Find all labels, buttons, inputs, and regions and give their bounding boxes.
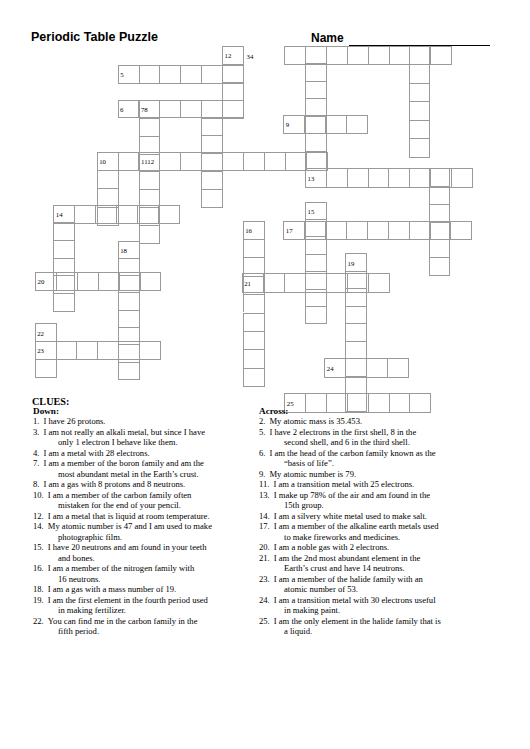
word-run-across-1112: 101112	[97, 152, 328, 171]
clue-list-number: 2.	[259, 416, 265, 426]
grid-cell[interactable]	[139, 118, 160, 136]
grid-cell[interactable]	[347, 273, 368, 291]
grid-cell[interactable]	[388, 168, 409, 186]
grid-cell[interactable]	[35, 359, 56, 377]
grid-cell[interactable]	[388, 221, 409, 239]
grid-cell[interactable]	[139, 225, 160, 243]
clue-text: I am a transition metal with 30 electron…	[274, 595, 436, 605]
clue-item: 4.I am a metal with 28 electrons.	[33, 448, 259, 459]
clue-text-continued: second shell, and 6 in the third shell.	[259, 437, 525, 448]
grid-cell[interactable]	[76, 341, 97, 359]
down-heading: Down:	[33, 406, 259, 416]
clue-text: My atomic number is 79.	[269, 469, 356, 479]
clue-text: I am a transition metal with 25 electron…	[273, 479, 414, 489]
grid-cell[interactable]	[56, 272, 77, 290]
grid-cell[interactable]	[305, 98, 326, 116]
clue-list-number: 14.	[33, 521, 44, 531]
grid-cell[interactable]	[345, 306, 366, 324]
clue-text: I am a member of the halide family with …	[274, 574, 423, 584]
clue-item: 17.I am a member of the alkaline earth m…	[259, 521, 525, 542]
grid-cell[interactable]	[118, 152, 139, 170]
word-run-down-4	[409, 46, 431, 158]
clue-number: 16	[245, 227, 252, 234]
grid-cell[interactable]	[430, 221, 451, 239]
clue-number: 78	[141, 106, 148, 113]
grid-cell[interactable]	[118, 310, 139, 327]
grid-cell[interactable]	[243, 313, 264, 331]
grid-cell[interactable]	[345, 341, 366, 359]
grid-cell[interactable]	[346, 115, 367, 133]
grid-cell[interactable]	[201, 118, 222, 136]
clue-text: I am a silvery white metal used to make …	[274, 511, 427, 521]
clue-text: I am the first element in the fourth per…	[48, 595, 208, 605]
clue-text-continued: 16 neutrons.	[33, 574, 259, 585]
grid-cell[interactable]	[222, 65, 243, 83]
clue-list-number: 18.	[33, 584, 44, 594]
clue-text-continued: atomic number of 53.	[259, 584, 525, 595]
grid-cell[interactable]	[305, 306, 326, 323]
clue-text: You can find me in the carbon family in …	[48, 616, 198, 626]
word-run-across-9: 9	[283, 115, 367, 134]
crossword-grid: 1256781011121418202223913151716192124253…	[0, 0, 530, 440]
clue-list-number: 22.	[33, 616, 44, 626]
word-run-across-20: 20	[35, 272, 161, 291]
word-run-down-16: 16	[243, 221, 265, 388]
grid-cell[interactable]	[409, 138, 430, 157]
grid-cell[interactable]	[326, 46, 347, 64]
clue-text: I am a metal that is liquid at room temp…	[48, 511, 210, 521]
clue-text-continued: 15th group.	[259, 500, 525, 511]
word-run-across-23: 23	[35, 341, 161, 360]
clue-list-number: 7.	[33, 458, 39, 468]
grid-cell[interactable]	[118, 362, 139, 379]
grid-cell[interactable]	[222, 152, 243, 170]
grid-cell[interactable]	[53, 240, 74, 258]
clue-list-number: 1.	[33, 416, 39, 426]
clue-number: 17	[286, 227, 293, 234]
grid-cell[interactable]	[409, 120, 430, 139]
down-clues-column: Down: 1.I have 26 protons.3.I am not rea…	[33, 406, 259, 637]
grid-cell[interactable]	[243, 331, 264, 349]
clue-item: 3.I am not really an alkali metal, but s…	[33, 427, 259, 448]
clue-number: 20	[38, 278, 45, 285]
grid-cell[interactable]	[159, 65, 180, 83]
grid-cell[interactable]	[305, 46, 326, 64]
grid-cell[interactable]	[118, 341, 139, 359]
clue-item: 10.I am a member of the carbon family of…	[33, 490, 259, 511]
grid-cell[interactable]	[450, 221, 471, 239]
grid-cell[interactable]	[97, 170, 118, 188]
down-clues-list: 1.I have 26 protons.3.I am not really an…	[33, 416, 259, 637]
clue-text-continued: photographic film.	[33, 532, 259, 543]
grid-cell[interactable]	[345, 358, 366, 376]
clue-number: 1112	[141, 158, 154, 165]
grid-cell[interactable]	[119, 272, 140, 290]
clue-item: 9.My atomic number is 79.	[259, 469, 525, 480]
clue-text: My atomic mass is 35.453.	[269, 416, 362, 426]
clue-list-number: 13.	[259, 490, 270, 500]
clue-text-continued: to make fireworks and medicines.	[259, 532, 525, 543]
grid-cell[interactable]	[137, 205, 158, 223]
clue-text: I am a gas with a mass number of 19.	[48, 584, 176, 594]
grid-cell[interactable]	[366, 358, 387, 376]
grid-cell[interactable]	[409, 101, 430, 120]
clue-number: 9	[286, 121, 289, 128]
grid-cell[interactable]	[367, 221, 388, 239]
grid-cell[interactable]	[77, 272, 98, 290]
grid-cell[interactable]	[305, 133, 326, 151]
clue-list-number: 19.	[33, 595, 44, 605]
clue-list-number: 21.	[259, 553, 270, 563]
clue-item: 15.I have 20 neutrons and am found in yo…	[33, 542, 259, 563]
clue-number: 14	[56, 211, 63, 218]
grid-cell[interactable]	[325, 221, 346, 239]
clue-number: 15	[308, 208, 315, 215]
grid-cell[interactable]	[305, 151, 326, 169]
grid-cell[interactable]	[409, 168, 430, 186]
grid-cell[interactable]	[409, 46, 430, 65]
clue-list-number: 10.	[33, 490, 44, 500]
grid-cell[interactable]	[180, 65, 201, 83]
grid-cell[interactable]	[201, 152, 222, 170]
word-run-down-14	[53, 205, 75, 312]
grid-cell[interactable]	[264, 152, 285, 170]
clue-list-number: 17.	[259, 521, 270, 531]
clue-text: I am a metal with 28 electrons.	[43, 448, 149, 458]
grid-cell[interactable]	[409, 83, 430, 102]
grid-cell[interactable]	[430, 46, 451, 64]
grid-cell[interactable]	[243, 239, 264, 257]
clue-list-number: 20.	[259, 542, 270, 552]
clue-list-number: 3.	[33, 427, 39, 437]
clue-item: 14.My atomic number is 47 and I am used …	[33, 521, 259, 542]
clue-list-number: 14.	[259, 511, 270, 521]
clue-item: 5.I have 2 electrons in the first shell,…	[259, 427, 525, 448]
grid-cell[interactable]	[116, 205, 137, 223]
clue-text-continued: only 1 electron I behave like them.	[33, 437, 259, 448]
grid-cell[interactable]	[284, 46, 305, 64]
grid-cell[interactable]	[159, 152, 180, 170]
grid-cell[interactable]	[409, 221, 430, 239]
grid-cell[interactable]	[285, 152, 306, 170]
clue-text: I am a noble gas with 2 electrons.	[274, 542, 390, 552]
word-run-across-5: 5	[118, 65, 244, 84]
clue-text: My atomic number is 47 and I am used to …	[48, 521, 212, 531]
grid-cell[interactable]	[429, 168, 450, 186]
clue-text: I have 20 neutrons and am found in your …	[48, 542, 207, 552]
grid-cell[interactable]	[180, 152, 201, 170]
across-clues-column: Across: 2.My atomic mass is 35.453.5.I h…	[259, 406, 525, 637]
grid-cell[interactable]	[159, 100, 180, 118]
clue-list-number: 11.	[259, 479, 269, 489]
across-heading: Across:	[259, 406, 525, 416]
grid-cell[interactable]	[53, 293, 74, 311]
grid-cell[interactable]	[305, 63, 326, 81]
clue-text-continued: in making fertilizer.	[33, 605, 259, 616]
clue-text-continued: Earth’s crust and have 14 neutrons.	[259, 563, 525, 574]
clue-item: 6.I am the head of the carbon family kno…	[259, 448, 525, 469]
clue-text: I am a member of the boron family and am…	[43, 458, 203, 468]
word-run-across-24: 24	[324, 358, 409, 377]
grid-cell[interactable]	[263, 273, 284, 291]
grid-cell[interactable]	[368, 168, 389, 186]
clue-item: 7.I am a member of the boron family and …	[33, 458, 259, 479]
word-run-across-17: 17	[283, 221, 472, 240]
grid-cell[interactable]	[222, 100, 243, 118]
grid-cell[interactable]	[429, 186, 450, 204]
clue-list-number: 5.	[259, 427, 265, 437]
clue-text: I am the only element in the halide fami…	[274, 616, 441, 626]
grid-cell[interactable]	[346, 221, 367, 239]
clue-text: I am the head of the carbon family known…	[269, 448, 435, 458]
grid-cell[interactable]	[304, 115, 325, 133]
clue-list-number: 6.	[259, 448, 265, 458]
grid-cell[interactable]	[98, 272, 119, 290]
grid-cell[interactable]	[429, 204, 450, 222]
grid-cell[interactable]	[305, 254, 326, 271]
clue-text-continued: “basis of life”.	[259, 458, 525, 469]
clue-text: I am the 2nd most abundant element in th…	[274, 553, 421, 563]
grid-cell[interactable]	[243, 368, 264, 386]
clue-number-floating: 34	[247, 53, 254, 60]
grid-cell[interactable]	[95, 205, 116, 223]
clue-number: 24	[327, 365, 334, 372]
clue-item: 20.I am a noble gas with 2 electrons.	[259, 542, 525, 553]
grid-cell[interactable]	[345, 376, 366, 394]
clue-text-continued: fifth period.	[33, 626, 259, 637]
clue-number: 21	[244, 280, 251, 287]
grid-cell[interactable]	[139, 171, 160, 189]
clue-list-number: 9.	[259, 469, 265, 479]
clue-item: 12.I am a metal that is liquid at room t…	[33, 511, 259, 522]
grid-cell[interactable]	[284, 273, 305, 291]
grid-cell[interactable]	[243, 349, 264, 367]
clue-text-continued: a liquid.	[259, 626, 525, 637]
clue-item: 2.My atomic mass is 35.453.	[259, 416, 525, 427]
clue-list-number: 16.	[33, 563, 44, 573]
grid-cell[interactable]	[389, 46, 410, 64]
across-clues-list: 2.My atomic mass is 35.453.5.I have 2 el…	[259, 416, 525, 637]
clue-text: I am a gas with 8 protons and 8 neutrons…	[43, 479, 185, 489]
clue-item: 14.I am a silvery white metal used to ma…	[259, 511, 525, 522]
grid-cell[interactable]	[326, 168, 347, 186]
clue-number: 5	[120, 71, 123, 78]
grid-cell[interactable]	[451, 168, 472, 186]
clue-number: 19	[348, 260, 355, 267]
grid-cell[interactable]	[201, 189, 222, 207]
grid-cell[interactable]	[139, 65, 160, 83]
clue-list-number: 8.	[33, 479, 39, 489]
grid-cell[interactable]	[201, 135, 222, 153]
clue-number: 10	[99, 158, 106, 165]
clue-list-number: 12.	[33, 511, 44, 521]
clue-list-number: 15.	[33, 542, 44, 552]
clue-text: I am a member of the carbon family often	[48, 490, 192, 500]
grid-cell[interactable]	[347, 168, 368, 186]
clue-item: 21.I am the 2nd most abundant element in…	[259, 553, 525, 574]
grid-cell[interactable]	[345, 323, 366, 341]
grid-cell[interactable]	[243, 294, 264, 312]
clue-item: 1.I have 26 protons.	[33, 416, 259, 427]
clue-list-number: 24.	[259, 595, 270, 605]
grid-cell[interactable]	[326, 273, 347, 291]
clue-number: 12	[225, 52, 232, 59]
clue-text-continued: and bones.	[33, 553, 259, 564]
clue-item: 24.I am a transition metal with 30 elect…	[259, 595, 525, 616]
grid-cell[interactable]	[97, 341, 118, 359]
clue-item: 16.I am a member of the nitrogen family …	[33, 563, 259, 584]
grid-cell[interactable]	[325, 115, 346, 133]
grid-cell[interactable]	[56, 341, 77, 359]
clue-item: 8.I am a gas with 8 protons and 8 neutro…	[33, 479, 259, 490]
grid-cell[interactable]	[222, 82, 243, 100]
grid-cell[interactable]	[139, 341, 160, 359]
word-run-down-3	[305, 46, 327, 170]
clue-item: 13.I make up 78% of the air and am found…	[259, 490, 525, 511]
grid-cell[interactable]	[53, 222, 74, 240]
grid-cell[interactable]	[409, 64, 430, 83]
grid-cell[interactable]	[201, 65, 222, 83]
clue-text: I have 26 protons.	[43, 416, 105, 426]
grid-cell[interactable]	[118, 292, 139, 309]
clue-number: 18	[120, 247, 127, 254]
clue-text-continued: mistaken for the end of your pencil.	[33, 500, 259, 511]
clue-text: I am a member of the nitrogen family wit…	[48, 563, 195, 573]
clue-list-number: 23.	[259, 574, 270, 584]
clue-number: 22	[37, 330, 44, 337]
grid-cell[interactable]	[140, 272, 161, 290]
clue-item: 23.I am a member of the halide family wi…	[259, 574, 525, 595]
grid-cell[interactable]	[74, 205, 95, 223]
clue-item: 11.I am a transition metal with 25 elect…	[259, 479, 525, 490]
grid-cell[interactable]	[180, 100, 201, 118]
clue-number: 13	[308, 175, 315, 182]
clue-number: 6	[120, 106, 123, 113]
clue-item: 19.I am the first element in the fourth …	[33, 595, 259, 616]
grid-cell[interactable]	[429, 257, 450, 275]
word-run-across-21: 21	[242, 273, 390, 292]
grid-cell[interactable]	[368, 46, 389, 64]
clue-item: 18.I am a gas with a mass number of 19.	[33, 584, 259, 595]
clue-text: I am a member of the alkaline earth meta…	[274, 521, 439, 531]
grid-cell[interactable]	[305, 81, 326, 99]
clue-list-number: 4.	[33, 448, 39, 458]
grid-cell[interactable]	[201, 100, 222, 118]
clue-text-continued: most abundant metal in the Earth’s crust…	[33, 469, 259, 480]
grid-cell[interactable]	[347, 46, 368, 64]
clue-list-number: 25.	[259, 616, 270, 626]
word-run-across-6: 678	[118, 100, 244, 119]
clue-text-continued: in making paint.	[259, 605, 525, 616]
grid-cell[interactable]	[304, 221, 325, 239]
grid-cell[interactable]	[305, 273, 326, 291]
clue-text: I make up 78% of the air and am found in…	[274, 490, 430, 500]
grid-cell[interactable]	[201, 171, 222, 189]
grid-cell[interactable]	[243, 152, 264, 170]
grid-cell[interactable]	[158, 205, 179, 223]
grid-cell[interactable]	[368, 273, 389, 291]
worksheet-page: Periodic Table Puzzle Name 1256781011121…	[0, 0, 530, 749]
clue-number: 25	[287, 400, 294, 407]
clue-text: I have 2 electrons in the first shell, 8…	[269, 427, 416, 437]
clue-item: 22.You can find me in the carbon family …	[33, 616, 259, 637]
clue-item: 25.I am the only element in the halide f…	[259, 616, 525, 637]
clue-text: I am not really an alkali metal, but sin…	[43, 427, 205, 437]
grid-cell[interactable]	[387, 358, 408, 376]
grid-cell[interactable]	[429, 239, 450, 257]
clue-number: 23	[37, 347, 44, 354]
